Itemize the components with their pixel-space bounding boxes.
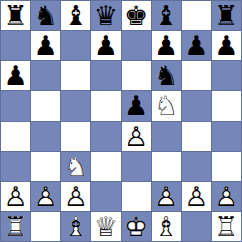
square-b1[interactable] [31,212,60,241]
piece-black-bishop[interactable]: ♝ [153,2,180,29]
piece-glyph: ♝ [62,2,89,29]
piece-glyph: ♗ [62,213,89,240]
square-a4[interactable] [1,122,30,151]
square-d7[interactable]: ♟ [91,31,120,60]
square-a8[interactable]: ♜ [1,1,30,30]
square-c8[interactable]: ♝ [61,1,90,30]
piece-white-pawn[interactable]: ♟♙ [32,183,59,210]
square-c5[interactable] [61,91,90,120]
square-b8[interactable]: ♞ [31,1,60,30]
square-h6[interactable] [212,61,241,90]
piece-glyph: ♚ [123,2,150,29]
piece-glyph: ♞ [32,2,59,29]
square-e4[interactable]: ♟♙ [122,122,151,151]
square-f6[interactable]: ♞ [152,61,181,90]
square-d4[interactable] [91,122,120,151]
square-a7[interactable] [1,31,30,60]
piece-glyph: ♟ [123,92,150,119]
square-c2[interactable]: ♟♙ [61,182,90,211]
square-h4[interactable] [212,122,241,151]
piece-black-pawn[interactable]: ♟ [2,62,29,89]
square-f2[interactable]: ♟♙ [152,182,181,211]
square-e8[interactable]: ♚ [122,1,151,30]
piece-glyph: ♟ [92,32,119,59]
piece-black-pawn[interactable]: ♟ [153,32,180,59]
square-e7[interactable] [122,31,151,60]
square-a1[interactable]: ♜♖ [1,212,30,241]
square-b3[interactable] [31,152,60,181]
piece-black-pawn[interactable]: ♟ [32,32,59,59]
piece-glyph: ♗ [153,213,180,240]
square-f7[interactable]: ♟ [152,31,181,60]
piece-white-knight[interactable]: ♞♘ [153,92,180,119]
piece-glyph: ♙ [62,183,89,210]
square-d2[interactable] [91,182,120,211]
piece-black-rook[interactable]: ♜ [213,2,240,29]
piece-white-bishop[interactable]: ♝♗ [153,213,180,240]
square-f3[interactable] [152,152,181,181]
square-a5[interactable] [1,91,30,120]
piece-white-rook[interactable]: ♜♖ [2,213,29,240]
square-h5[interactable] [212,91,241,120]
square-c4[interactable] [61,122,90,151]
piece-white-queen[interactable]: ♛♕ [92,213,119,240]
square-e3[interactable] [122,152,151,181]
piece-glyph: ♘ [62,153,89,180]
piece-glyph: ♞ [153,62,180,89]
piece-white-pawn[interactable]: ♟♙ [2,183,29,210]
piece-glyph: ♙ [123,123,150,150]
square-g6[interactable] [182,61,211,90]
square-a3[interactable] [1,152,30,181]
square-f4[interactable] [152,122,181,151]
piece-black-knight[interactable]: ♞ [32,2,59,29]
square-b7[interactable]: ♟ [31,31,60,60]
square-c6[interactable] [61,61,90,90]
piece-white-rook[interactable]: ♜♖ [213,213,240,240]
piece-glyph: ♟ [153,32,180,59]
square-b5[interactable] [31,91,60,120]
square-e2[interactable] [122,182,151,211]
piece-glyph: ♖ [213,213,240,240]
piece-glyph: ♙ [183,183,210,210]
square-d3[interactable] [91,152,120,181]
piece-glyph: ♕ [92,213,119,240]
square-b2[interactable]: ♟♙ [31,182,60,211]
square-a2[interactable]: ♟♙ [1,182,30,211]
piece-glyph: ♖ [2,213,29,240]
piece-white-pawn[interactable]: ♟♙ [62,183,89,210]
square-d5[interactable] [91,91,120,120]
square-d8[interactable]: ♛ [91,1,120,30]
square-h3[interactable] [212,152,241,181]
square-a6[interactable]: ♟ [1,61,30,90]
piece-glyph: ♙ [2,183,29,210]
piece-black-rook[interactable]: ♜ [2,2,29,29]
square-g8[interactable] [182,1,211,30]
piece-glyph: ♛ [92,2,119,29]
square-b4[interactable] [31,122,60,151]
piece-glyph: ♟ [2,62,29,89]
piece-white-pawn[interactable]: ♟♙ [213,183,240,210]
square-d1[interactable]: ♛♕ [91,212,120,241]
chess-board: ♜♞♝♛♚♝♜♟♟♟♟♟♟♞♟♞♘♟♙♞♘♟♙♟♙♟♙♟♙♟♙♟♙♜♖♝♗♛♕♚… [0,0,242,242]
piece-glyph: ♟ [183,32,210,59]
piece-black-pawn[interactable]: ♟ [183,32,210,59]
square-c7[interactable] [61,31,90,60]
piece-glyph: ♙ [213,183,240,210]
piece-glyph: ♝ [153,2,180,29]
square-h2[interactable]: ♟♙ [212,182,241,211]
square-g3[interactable] [182,152,211,181]
square-c1[interactable]: ♝♗ [61,212,90,241]
square-h8[interactable]: ♜ [212,1,241,30]
square-g2[interactable]: ♟♙ [182,182,211,211]
piece-white-pawn[interactable]: ♟♙ [183,183,210,210]
piece-black-pawn[interactable]: ♟ [92,32,119,59]
square-g7[interactable]: ♟ [182,31,211,60]
piece-white-bishop[interactable]: ♝♗ [62,213,89,240]
piece-black-pawn[interactable]: ♟ [213,32,240,59]
square-f1[interactable]: ♝♗ [152,212,181,241]
piece-glyph: ♘ [153,92,180,119]
square-e1[interactable]: ♚♔ [122,212,151,241]
square-d6[interactable] [91,61,120,90]
piece-white-knight[interactable]: ♞♘ [62,153,89,180]
square-f5[interactable]: ♞♘ [152,91,181,120]
square-g1[interactable] [182,212,211,241]
piece-glyph: ♜ [2,2,29,29]
piece-white-pawn[interactable]: ♟♙ [123,123,150,150]
square-c3[interactable]: ♞♘ [61,152,90,181]
square-e5[interactable]: ♟ [122,91,151,120]
piece-black-pawn[interactable]: ♟ [123,92,150,119]
piece-glyph: ♜ [213,2,240,29]
piece-black-queen[interactable]: ♛ [92,2,119,29]
square-b6[interactable] [31,61,60,90]
piece-black-knight[interactable]: ♞ [153,62,180,89]
square-f8[interactable]: ♝ [152,1,181,30]
piece-white-king[interactable]: ♚♔ [123,213,150,240]
piece-black-bishop[interactable]: ♝ [62,2,89,29]
square-h1[interactable]: ♜♖ [212,212,241,241]
piece-white-pawn[interactable]: ♟♙ [153,183,180,210]
piece-glyph: ♟ [213,32,240,59]
square-g4[interactable] [182,122,211,151]
piece-black-king[interactable]: ♚ [123,2,150,29]
piece-glyph: ♙ [32,183,59,210]
square-g5[interactable] [182,91,211,120]
square-e6[interactable] [122,61,151,90]
piece-glyph: ♔ [123,213,150,240]
piece-glyph: ♙ [153,183,180,210]
piece-glyph: ♟ [32,32,59,59]
square-h7[interactable]: ♟ [212,31,241,60]
